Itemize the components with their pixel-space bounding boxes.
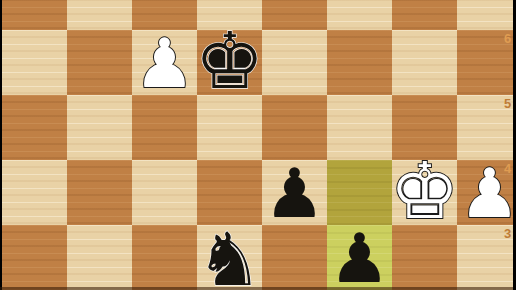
square-b4[interactable] (67, 160, 132, 225)
rank-label-5: 5 (504, 97, 511, 110)
square-f7[interactable] (327, 0, 392, 30)
chess-board: ♟♚65♟♚♟4♞♟3 (2, 0, 516, 290)
piece-black-pawn[interactable]: ♟ (329, 225, 390, 290)
square-c6[interactable]: ♟ (132, 30, 197, 95)
square-a7[interactable] (2, 0, 67, 30)
chess-board-viewport: ♟♚65♟♚♟4♞♟3 (0, 0, 516, 290)
square-h7[interactable] (457, 0, 516, 30)
piece-black-king[interactable]: ♚ (195, 22, 265, 100)
rank-label-3: 3 (504, 227, 511, 240)
square-f6[interactable] (327, 30, 392, 95)
square-g7[interactable] (392, 0, 457, 30)
square-f5[interactable] (327, 95, 392, 160)
square-e6[interactable] (262, 30, 327, 95)
piece-white-king[interactable]: ♚ (390, 152, 460, 230)
square-g4[interactable]: ♚ (392, 160, 457, 225)
square-e5[interactable] (262, 95, 327, 160)
square-h5[interactable]: 5 (457, 95, 516, 160)
rank-label-4: 4 (504, 162, 511, 175)
square-b6[interactable] (67, 30, 132, 95)
square-c5[interactable] (132, 95, 197, 160)
square-f3[interactable]: ♟ (327, 225, 392, 290)
square-b5[interactable] (67, 95, 132, 160)
square-h3[interactable]: 3 (457, 225, 516, 290)
square-g6[interactable] (392, 30, 457, 95)
square-c4[interactable] (132, 160, 197, 225)
piece-black-knight[interactable]: ♞ (196, 222, 262, 290)
square-a6[interactable] (2, 30, 67, 95)
square-a5[interactable] (2, 95, 67, 160)
square-e3[interactable] (262, 225, 327, 290)
piece-white-pawn[interactable]: ♟ (134, 30, 195, 98)
square-b3[interactable] (67, 225, 132, 290)
square-f4[interactable] (327, 160, 392, 225)
square-b7[interactable] (67, 0, 132, 30)
square-d5[interactable] (197, 95, 262, 160)
square-g3[interactable] (392, 225, 457, 290)
square-c3[interactable] (132, 225, 197, 290)
piece-black-pawn[interactable]: ♟ (264, 160, 325, 228)
rank-label-6: 6 (504, 32, 511, 45)
square-h4[interactable]: ♟4 (457, 160, 516, 225)
square-e4[interactable]: ♟ (262, 160, 327, 225)
square-h6[interactable]: 6 (457, 30, 516, 95)
square-a3[interactable] (2, 225, 67, 290)
square-d6[interactable]: ♚ (197, 30, 262, 95)
square-a4[interactable] (2, 160, 67, 225)
square-e7[interactable] (262, 0, 327, 30)
square-d3[interactable]: ♞ (197, 225, 262, 290)
